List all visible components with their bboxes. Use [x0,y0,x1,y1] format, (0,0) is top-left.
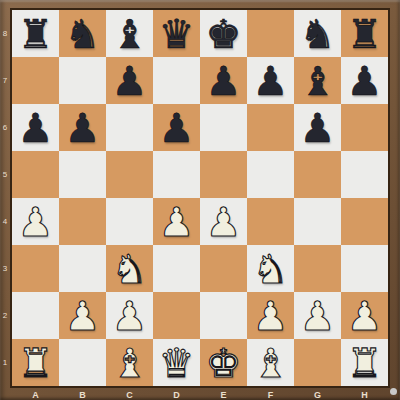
square-b7[interactable] [59,57,106,104]
square-f3[interactable]: ♞ [247,245,294,292]
square-f2[interactable]: ♟ [247,292,294,339]
square-g1[interactable] [294,339,341,386]
square-e8[interactable]: ♚ [200,10,247,57]
rank-label-6: 6 [0,104,10,151]
file-label-h: H [341,389,388,400]
square-g3[interactable] [294,245,341,292]
square-h1[interactable]: ♜ [341,339,388,386]
square-e2[interactable] [200,292,247,339]
square-c4[interactable] [106,198,153,245]
file-label-c: C [106,389,153,400]
rank-label-5: 5 [0,151,10,198]
square-g4[interactable] [294,198,341,245]
resize-dot [390,388,397,395]
square-h3[interactable] [341,245,388,292]
square-b1[interactable] [59,339,106,386]
piece-white-pawn[interactable]: ♟ [112,296,148,336]
square-g2[interactable]: ♟ [294,292,341,339]
rank-label-3: 3 [0,245,10,292]
square-a8[interactable]: ♜ [12,10,59,57]
chess-board: ♜♞♝♛♚♞♜♟♟♟♝♟♟♟♟♟♟♟♟♞♞♟♟♟♟♟♜♝♛♚♝♜ [10,8,390,388]
piece-black-rook[interactable]: ♜ [347,14,383,54]
square-d6[interactable]: ♟ [153,104,200,151]
square-f7[interactable]: ♟ [247,57,294,104]
piece-white-queen[interactable]: ♛ [159,343,195,383]
piece-white-pawn[interactable]: ♟ [65,296,101,336]
piece-white-pawn[interactable]: ♟ [18,202,54,242]
square-b8[interactable]: ♞ [59,10,106,57]
square-c1[interactable]: ♝ [106,339,153,386]
piece-black-pawn[interactable]: ♟ [18,108,54,148]
rank-label-8: 8 [0,10,10,57]
piece-white-pawn[interactable]: ♟ [159,202,195,242]
rank-label-2: 2 [0,292,10,339]
square-h5[interactable] [341,151,388,198]
piece-black-pawn[interactable]: ♟ [300,108,336,148]
rank-label-4: 4 [0,198,10,245]
piece-white-pawn[interactable]: ♟ [347,296,383,336]
square-b2[interactable]: ♟ [59,292,106,339]
piece-white-rook[interactable]: ♜ [18,343,54,383]
piece-white-pawn[interactable]: ♟ [253,296,289,336]
square-f4[interactable] [247,198,294,245]
square-g8[interactable]: ♞ [294,10,341,57]
square-a6[interactable]: ♟ [12,104,59,151]
square-d2[interactable] [153,292,200,339]
square-f8[interactable] [247,10,294,57]
piece-black-pawn[interactable]: ♟ [159,108,195,148]
square-c6[interactable] [106,104,153,151]
chess-app-window: ♜♞♝♛♚♞♜♟♟♟♝♟♟♟♟♟♟♟♟♞♞♟♟♟♟♟♜♝♛♚♝♜ 8765432… [0,0,400,400]
square-c5[interactable] [106,151,153,198]
piece-white-bishop[interactable]: ♝ [112,343,148,383]
piece-white-knight[interactable]: ♞ [253,249,289,289]
square-h7[interactable]: ♟ [341,57,388,104]
square-d3[interactable] [153,245,200,292]
square-h2[interactable]: ♟ [341,292,388,339]
piece-white-pawn[interactable]: ♟ [300,296,336,336]
square-b6[interactable]: ♟ [59,104,106,151]
square-d1[interactable]: ♛ [153,339,200,386]
piece-black-rook[interactable]: ♜ [18,14,54,54]
piece-black-pawn[interactable]: ♟ [253,61,289,101]
rank-label-7: 7 [0,57,10,104]
file-label-g: G [294,389,341,400]
square-e3[interactable] [200,245,247,292]
square-c8[interactable]: ♝ [106,10,153,57]
piece-white-pawn[interactable]: ♟ [206,202,242,242]
square-a1[interactable]: ♜ [12,339,59,386]
square-d4[interactable]: ♟ [153,198,200,245]
square-h4[interactable] [341,198,388,245]
square-b3[interactable] [59,245,106,292]
square-g7[interactable]: ♝ [294,57,341,104]
square-a7[interactable] [12,57,59,104]
piece-white-rook[interactable]: ♜ [347,343,383,383]
piece-black-pawn[interactable]: ♟ [112,61,148,101]
square-e6[interactable] [200,104,247,151]
square-g6[interactable]: ♟ [294,104,341,151]
square-f5[interactable] [247,151,294,198]
piece-black-bishop[interactable]: ♝ [300,61,336,101]
square-c2[interactable]: ♟ [106,292,153,339]
piece-white-bishop[interactable]: ♝ [253,343,289,383]
piece-black-queen[interactable]: ♛ [159,14,195,54]
square-a4[interactable]: ♟ [12,198,59,245]
piece-black-king[interactable]: ♚ [206,14,242,54]
piece-black-pawn[interactable]: ♟ [65,108,101,148]
square-h6[interactable] [341,104,388,151]
file-label-b: B [59,389,106,400]
file-label-e: E [200,389,247,400]
piece-black-knight[interactable]: ♞ [300,14,336,54]
square-b5[interactable] [59,151,106,198]
square-f1[interactable]: ♝ [247,339,294,386]
square-e7[interactable]: ♟ [200,57,247,104]
piece-white-knight[interactable]: ♞ [112,249,148,289]
square-a5[interactable] [12,151,59,198]
piece-black-pawn[interactable]: ♟ [206,61,242,101]
piece-black-pawn[interactable]: ♟ [347,61,383,101]
square-a2[interactable] [12,292,59,339]
square-e1[interactable]: ♚ [200,339,247,386]
square-h8[interactable]: ♜ [341,10,388,57]
square-b4[interactable] [59,198,106,245]
square-d7[interactable] [153,57,200,104]
square-c7[interactable]: ♟ [106,57,153,104]
file-label-a: A [12,389,59,400]
square-f6[interactable] [247,104,294,151]
piece-white-king[interactable]: ♚ [206,343,242,383]
piece-black-bishop[interactable]: ♝ [112,14,148,54]
file-label-f: F [247,389,294,400]
piece-black-knight[interactable]: ♞ [65,14,101,54]
square-d8[interactable]: ♛ [153,10,200,57]
square-g5[interactable] [294,151,341,198]
square-a3[interactable] [12,245,59,292]
square-e4[interactable]: ♟ [200,198,247,245]
rank-label-1: 1 [0,339,10,386]
square-e5[interactable] [200,151,247,198]
file-label-d: D [153,389,200,400]
square-d5[interactable] [153,151,200,198]
square-c3[interactable]: ♞ [106,245,153,292]
